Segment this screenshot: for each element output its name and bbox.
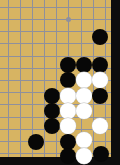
black-stone: ●	[60, 72, 76, 88]
white-stone: ○	[76, 103, 92, 119]
black-stone: ●	[44, 88, 60, 104]
grid-horizontal-line	[0, 7, 120, 8]
white-stone: ○	[92, 118, 108, 134]
go-board[interactable]: ●●●●●○○●○○●●○○●○○●●○●○●	[0, 0, 120, 165]
white-stone: ○	[76, 72, 92, 88]
black-stone: ●	[92, 88, 108, 104]
outside-board-right	[111, 0, 120, 165]
black-stone: ●	[92, 57, 108, 73]
grid-horizontal-line	[0, 19, 120, 20]
grid-horizontal-line	[0, 104, 120, 105]
black-stone: ●	[92, 29, 108, 45]
white-stone: ○	[76, 132, 92, 148]
black-stone: ●	[44, 103, 60, 119]
white-stone: ○	[76, 148, 92, 164]
star-point	[66, 17, 71, 22]
black-stone: ●	[76, 57, 92, 73]
white-stone: ○	[60, 88, 76, 104]
black-stone: ●	[60, 57, 76, 73]
white-stone: ○	[76, 88, 92, 104]
black-stone: ●	[28, 134, 44, 150]
white-stone: ○	[60, 118, 76, 134]
white-stone: ○	[92, 72, 108, 88]
black-stone: ●	[44, 118, 60, 134]
white-stone: ○	[60, 103, 76, 119]
black-stone: ●	[93, 146, 109, 162]
black-stone: ●	[60, 148, 76, 164]
